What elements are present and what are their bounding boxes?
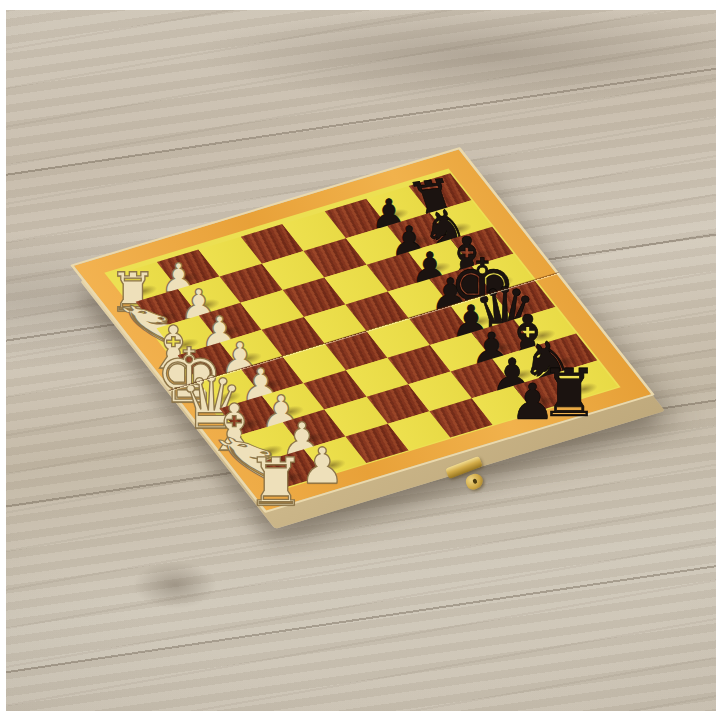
clasp-hasp bbox=[464, 471, 486, 492]
white-pawn-a2[interactable]: ♟ bbox=[300, 442, 345, 492]
photo-scene: ♜♟♟♜♞♟♟♞♝♟♟♝♚♟♟♚♛♟♟♛♝♟♟♝♞♟♟♞♜♟♟♜ bbox=[6, 10, 716, 711]
white-rook-a1[interactable]: ♜ bbox=[246, 449, 305, 515]
brass-clasp-icon bbox=[442, 454, 500, 504]
clasp-keyhole bbox=[472, 478, 478, 484]
square-a8[interactable]: ♜ bbox=[555, 360, 618, 399]
black-rook-a8[interactable]: ♜ bbox=[540, 360, 599, 426]
